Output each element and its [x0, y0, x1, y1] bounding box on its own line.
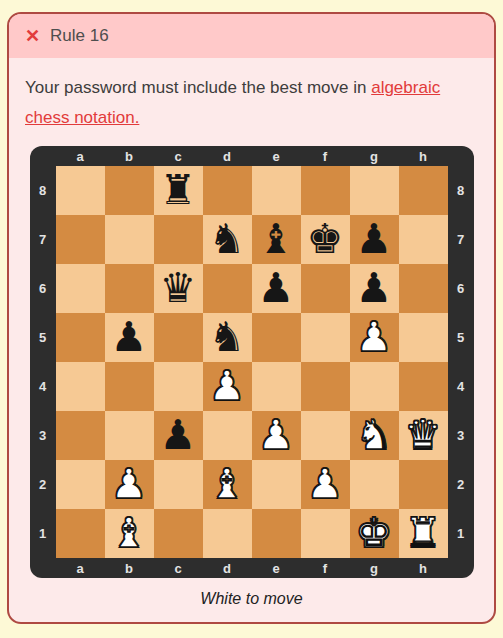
square-a2 [56, 460, 105, 509]
file-label-a-top: a [56, 146, 105, 166]
square-d7: ♞ [203, 215, 252, 264]
piece-white-pawn: ♟ [356, 317, 393, 358]
board-corner [448, 558, 474, 578]
square-e2 [252, 460, 301, 509]
file-label-b-top: b [105, 146, 154, 166]
square-b8 [105, 166, 154, 215]
square-g5: ♟ [350, 313, 399, 362]
square-e7: ♝ [252, 215, 301, 264]
rank-label-2-right: 2 [448, 460, 474, 509]
square-g2 [350, 460, 399, 509]
square-b6 [105, 264, 154, 313]
piece-white-pawn: ♟ [209, 366, 246, 407]
square-f5 [301, 313, 350, 362]
rule-title: Rule 16 [50, 26, 109, 46]
piece-black-queen: ♛ [160, 268, 197, 309]
rule-body: Your password must include the best move… [9, 58, 494, 622]
square-c5 [154, 313, 203, 362]
piece-black-pawn: ♟ [160, 415, 197, 456]
rank-label-3-right: 3 [448, 411, 474, 460]
square-e8 [252, 166, 301, 215]
file-label-f-top: f [301, 146, 350, 166]
square-h1: ♜ [399, 509, 448, 558]
piece-black-knight: ♞ [209, 317, 246, 358]
square-c4 [154, 362, 203, 411]
file-label-c-bottom: c [154, 558, 203, 578]
rank-label-3-left: 3 [30, 411, 56, 460]
x-icon: ✕ [25, 27, 40, 45]
square-d6 [203, 264, 252, 313]
rank-label-8-right: 8 [448, 166, 474, 215]
square-f4 [301, 362, 350, 411]
square-e3: ♟ [252, 411, 301, 460]
square-e5 [252, 313, 301, 362]
rank-label-8-left: 8 [30, 166, 56, 215]
square-c7 [154, 215, 203, 264]
square-f3 [301, 411, 350, 460]
square-d3 [203, 411, 252, 460]
square-b5: ♟ [105, 313, 154, 362]
rank-label-5-left: 5 [30, 313, 56, 362]
square-c3: ♟ [154, 411, 203, 460]
square-b7 [105, 215, 154, 264]
square-g3: ♞ [350, 411, 399, 460]
square-a3 [56, 411, 105, 460]
square-d5: ♞ [203, 313, 252, 362]
piece-white-pawn: ♟ [307, 464, 344, 505]
file-label-h-top: h [399, 146, 448, 166]
rank-label-6-left: 6 [30, 264, 56, 313]
rank-label-4-right: 4 [448, 362, 474, 411]
square-c2 [154, 460, 203, 509]
square-b2: ♟ [105, 460, 154, 509]
piece-white-queen: ♛ [405, 415, 442, 456]
square-a6 [56, 264, 105, 313]
rule-description-text: Your password must include the best move… [25, 78, 371, 97]
file-label-g-top: g [350, 146, 399, 166]
piece-black-pawn: ♟ [356, 268, 393, 309]
piece-black-pawn: ♟ [258, 268, 295, 309]
square-f6 [301, 264, 350, 313]
square-a4 [56, 362, 105, 411]
file-label-h-bottom: h [399, 558, 448, 578]
square-b3 [105, 411, 154, 460]
square-g6: ♟ [350, 264, 399, 313]
chess-board-container: abcdefgh8♜87♞♝♚♟76♛♟♟65♟♞♟54♟43♟♟♞♛32♟♝♟… [30, 146, 474, 578]
square-g7: ♟ [350, 215, 399, 264]
square-h2 [399, 460, 448, 509]
board-corner [30, 146, 56, 166]
rank-label-1-left: 1 [30, 509, 56, 558]
rank-label-5-right: 5 [448, 313, 474, 362]
side-to-move-caption: White to move [25, 590, 478, 608]
square-b1: ♝ [105, 509, 154, 558]
square-d4: ♟ [203, 362, 252, 411]
square-d1 [203, 509, 252, 558]
square-d8 [203, 166, 252, 215]
square-e4 [252, 362, 301, 411]
piece-white-rook: ♜ [405, 513, 442, 554]
rank-label-7-right: 7 [448, 215, 474, 264]
square-h4 [399, 362, 448, 411]
rule-description: Your password must include the best move… [25, 73, 478, 133]
file-label-b-bottom: b [105, 558, 154, 578]
square-f1 [301, 509, 350, 558]
square-h6 [399, 264, 448, 313]
chess-board: abcdefgh8♜87♞♝♚♟76♛♟♟65♟♞♟54♟43♟♟♞♛32♟♝♟… [30, 146, 474, 578]
file-label-d-bottom: d [203, 558, 252, 578]
piece-black-pawn: ♟ [111, 317, 148, 358]
square-h5 [399, 313, 448, 362]
piece-white-pawn: ♟ [258, 415, 295, 456]
square-f8 [301, 166, 350, 215]
square-c6: ♛ [154, 264, 203, 313]
piece-black-bishop: ♝ [258, 219, 295, 260]
piece-white-bishop: ♝ [209, 464, 246, 505]
rank-label-4-left: 4 [30, 362, 56, 411]
square-a8 [56, 166, 105, 215]
board-corner [30, 558, 56, 578]
square-f7: ♚ [301, 215, 350, 264]
rank-label-7-left: 7 [30, 215, 56, 264]
file-label-e-bottom: e [252, 558, 301, 578]
piece-white-pawn: ♟ [111, 464, 148, 505]
square-b4 [105, 362, 154, 411]
file-label-e-top: e [252, 146, 301, 166]
square-a7 [56, 215, 105, 264]
square-c8: ♜ [154, 166, 203, 215]
square-a1 [56, 509, 105, 558]
board-corner [448, 146, 474, 166]
file-label-d-top: d [203, 146, 252, 166]
rule-card: ✕ Rule 16 Your password must include the… [7, 12, 496, 624]
rank-label-1-right: 1 [448, 509, 474, 558]
square-e6: ♟ [252, 264, 301, 313]
file-label-g-bottom: g [350, 558, 399, 578]
file-label-a-bottom: a [56, 558, 105, 578]
piece-white-knight: ♞ [356, 415, 393, 456]
square-e1 [252, 509, 301, 558]
piece-black-pawn: ♟ [356, 219, 393, 260]
square-f2: ♟ [301, 460, 350, 509]
square-h7 [399, 215, 448, 264]
piece-white-king: ♚ [356, 513, 393, 554]
piece-black-rook: ♜ [160, 170, 197, 211]
square-g8 [350, 166, 399, 215]
piece-black-knight: ♞ [209, 219, 246, 260]
square-h8 [399, 166, 448, 215]
piece-white-bishop: ♝ [111, 513, 148, 554]
square-g1: ♚ [350, 509, 399, 558]
rank-label-6-right: 6 [448, 264, 474, 313]
piece-black-king: ♚ [307, 219, 344, 260]
rank-label-2-left: 2 [30, 460, 56, 509]
rule-header: ✕ Rule 16 [9, 14, 494, 58]
square-d2: ♝ [203, 460, 252, 509]
square-c1 [154, 509, 203, 558]
file-label-f-bottom: f [301, 558, 350, 578]
file-label-c-top: c [154, 146, 203, 166]
square-h3: ♛ [399, 411, 448, 460]
square-a5 [56, 313, 105, 362]
square-g4 [350, 362, 399, 411]
